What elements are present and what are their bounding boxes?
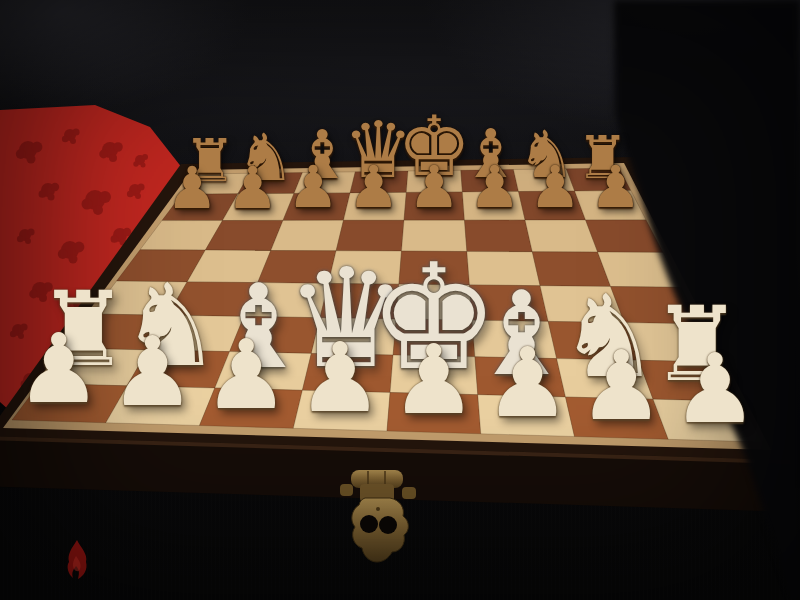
clasp-hole-right xyxy=(379,516,397,534)
clasp-lug-left xyxy=(340,484,353,496)
clasp-hole-left xyxy=(360,515,378,533)
photo-scene: ♜♞♝♛♚♝♞♜♟♟♟♟♟♟♟♟♜♞♝♛♚♝♞♜♟♟♟♟♟♟♟♟ xyxy=(0,0,800,600)
brass-clasp xyxy=(338,464,420,584)
clasp-flap xyxy=(352,498,409,562)
flame-logo xyxy=(62,538,92,582)
clasp-lug-right xyxy=(402,487,416,499)
